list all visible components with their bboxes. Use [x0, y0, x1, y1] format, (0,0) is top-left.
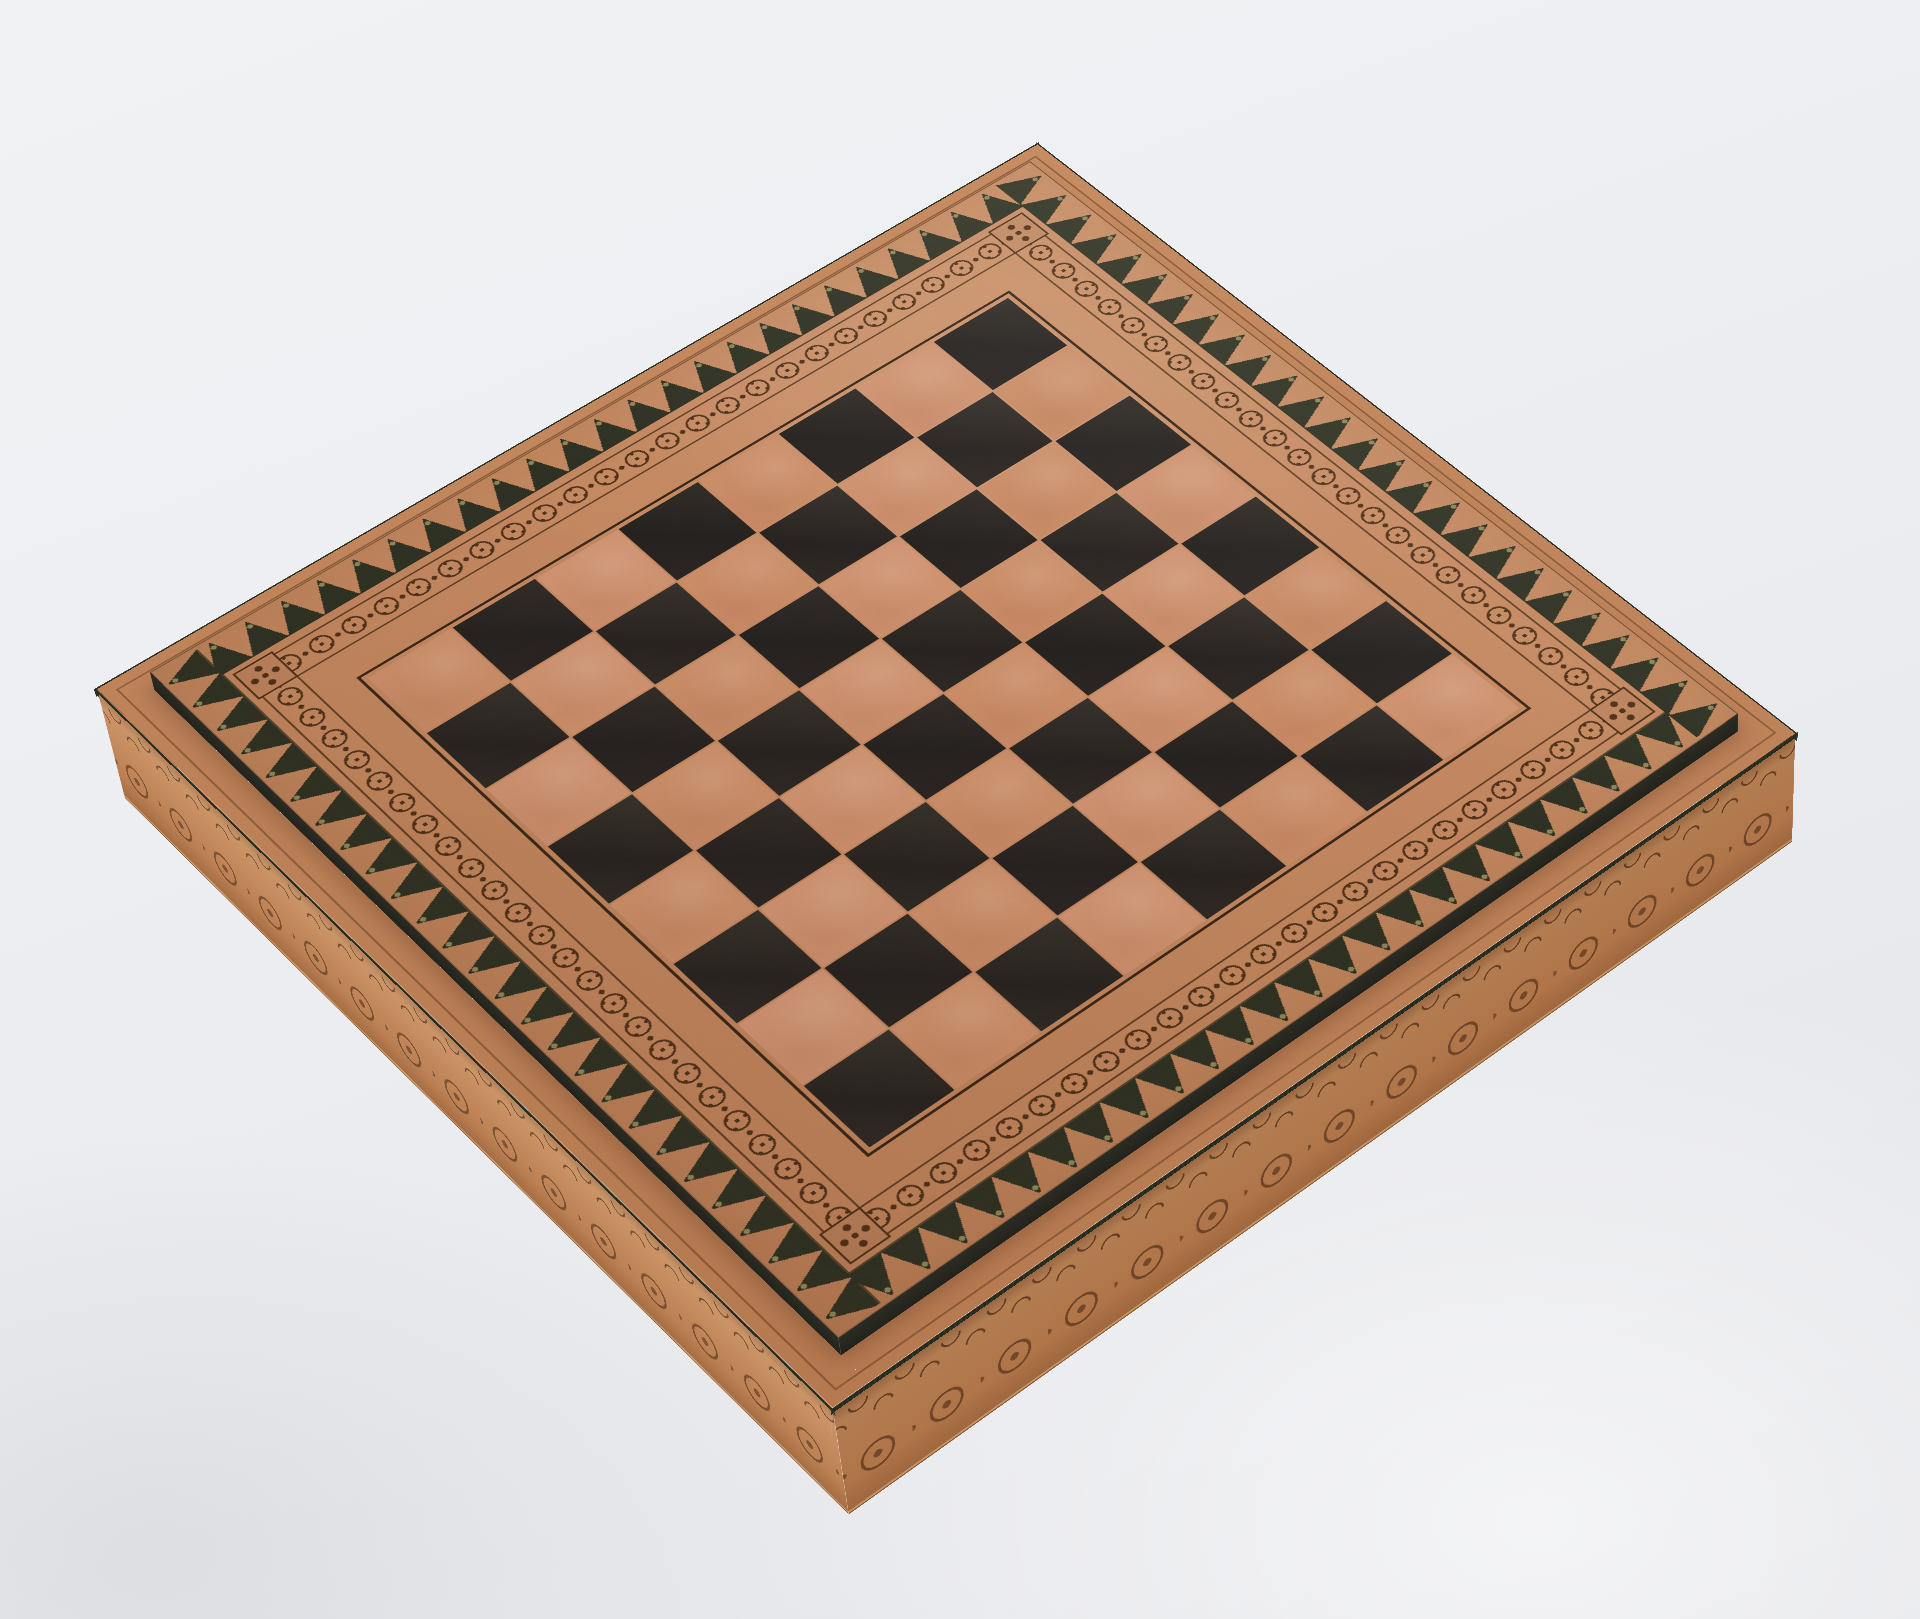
- photo-scene: [0, 0, 1920, 1619]
- studio-backdrop: [0, 0, 1920, 1619]
